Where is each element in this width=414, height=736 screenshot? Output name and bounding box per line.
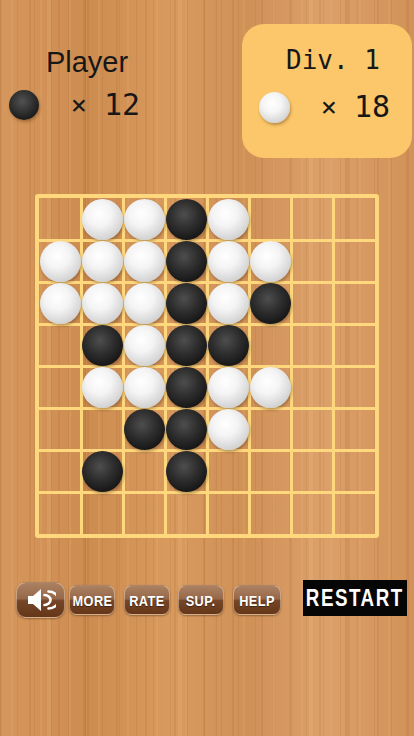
black-stone xyxy=(208,325,249,366)
opponent-name-label: Div. 1 xyxy=(254,45,412,75)
board-cell[interactable] xyxy=(249,240,291,282)
board-cell[interactable] xyxy=(333,282,375,324)
white-stone xyxy=(208,367,249,408)
board-cell[interactable] xyxy=(291,450,333,492)
board-cell[interactable] xyxy=(123,324,165,366)
board-cell[interactable] xyxy=(165,408,207,450)
board-cell[interactable] xyxy=(249,408,291,450)
board-cell[interactable] xyxy=(81,324,123,366)
board-cell[interactable] xyxy=(39,492,81,534)
board-cell[interactable] xyxy=(81,450,123,492)
board-cell[interactable] xyxy=(165,324,207,366)
board-cell[interactable] xyxy=(291,408,333,450)
board-cell[interactable] xyxy=(333,240,375,282)
white-stone xyxy=(124,325,165,366)
opponent-panel: Div. 1 × 18 xyxy=(242,24,412,158)
white-stone xyxy=(208,409,249,450)
white-stone xyxy=(82,199,123,240)
black-stone xyxy=(166,367,207,408)
board-cell[interactable] xyxy=(81,282,123,324)
white-stone xyxy=(124,367,165,408)
white-stone xyxy=(82,241,123,282)
black-stone xyxy=(82,325,123,366)
board-cell[interactable] xyxy=(39,198,81,240)
black-stone xyxy=(166,409,207,450)
support-button[interactable]: SUP. xyxy=(178,585,224,615)
board-cell[interactable] xyxy=(291,198,333,240)
game-screen: Player × 12 Div. 1 × 18 MORE RATE SUP. H… xyxy=(0,0,414,736)
board-cell[interactable] xyxy=(333,324,375,366)
white-stone xyxy=(250,241,291,282)
board-cell[interactable] xyxy=(123,492,165,534)
player-black-stone xyxy=(9,90,39,120)
board-cell[interactable] xyxy=(207,408,249,450)
player-stone-count: 12 xyxy=(100,88,144,122)
white-stone xyxy=(208,199,249,240)
board-cell[interactable] xyxy=(123,366,165,408)
board-cell[interactable] xyxy=(291,282,333,324)
board-cell[interactable] xyxy=(165,282,207,324)
board-cell[interactable] xyxy=(249,324,291,366)
board-cell[interactable] xyxy=(165,492,207,534)
support-button-label: SUP. xyxy=(186,592,216,609)
board-cell[interactable] xyxy=(123,240,165,282)
speaker-icon xyxy=(26,587,56,613)
white-stone xyxy=(124,199,165,240)
board-cell[interactable] xyxy=(207,240,249,282)
opponent-times-sign: × xyxy=(310,92,348,122)
black-stone xyxy=(166,241,207,282)
board-cell[interactable] xyxy=(333,366,375,408)
board-cell[interactable] xyxy=(123,198,165,240)
restart-button[interactable]: RESTART xyxy=(303,580,407,616)
rate-button-label: RATE xyxy=(129,592,164,609)
board-cell[interactable] xyxy=(333,492,375,534)
board-cell[interactable] xyxy=(333,408,375,450)
board-cell[interactable] xyxy=(81,492,123,534)
board-cell[interactable] xyxy=(39,324,81,366)
board-cell[interactable] xyxy=(207,366,249,408)
player-name-label: Player xyxy=(20,45,154,79)
white-stone xyxy=(82,367,123,408)
rate-button[interactable]: RATE xyxy=(124,585,170,615)
opponent-white-stone xyxy=(259,92,290,123)
board-cell[interactable] xyxy=(39,450,81,492)
black-stone xyxy=(166,283,207,324)
board-cell[interactable] xyxy=(81,366,123,408)
board-cell[interactable] xyxy=(165,450,207,492)
board-cell[interactable] xyxy=(207,282,249,324)
sound-button[interactable] xyxy=(16,582,65,618)
opponent-stone-count: 18 xyxy=(350,90,394,124)
board-cell[interactable] xyxy=(123,408,165,450)
white-stone xyxy=(250,367,291,408)
board-cell[interactable] xyxy=(291,492,333,534)
board-cell[interactable] xyxy=(333,198,375,240)
board-cell[interactable] xyxy=(207,198,249,240)
board-cell[interactable] xyxy=(249,492,291,534)
white-stone xyxy=(40,283,81,324)
help-button-label: HELP xyxy=(239,592,275,609)
board-cell[interactable] xyxy=(291,240,333,282)
board-cell[interactable] xyxy=(39,240,81,282)
black-stone xyxy=(166,199,207,240)
board-cell[interactable] xyxy=(39,408,81,450)
board-cell[interactable] xyxy=(81,198,123,240)
board-cell[interactable] xyxy=(123,450,165,492)
board-cell[interactable] xyxy=(207,450,249,492)
help-button[interactable]: HELP xyxy=(233,585,281,615)
board-cell[interactable] xyxy=(291,366,333,408)
black-stone xyxy=(166,325,207,366)
board-cell[interactable] xyxy=(249,198,291,240)
board-cell[interactable] xyxy=(39,282,81,324)
black-stone xyxy=(124,409,165,450)
white-stone xyxy=(208,283,249,324)
board-cell[interactable] xyxy=(249,366,291,408)
board-cell[interactable] xyxy=(207,324,249,366)
board-cell[interactable] xyxy=(123,282,165,324)
black-stone xyxy=(166,451,207,492)
board-cell[interactable] xyxy=(81,240,123,282)
white-stone xyxy=(208,241,249,282)
board-cell[interactable] xyxy=(39,366,81,408)
board-cell[interactable] xyxy=(249,450,291,492)
white-stone xyxy=(124,241,165,282)
white-stone xyxy=(124,283,165,324)
player-times-sign: × xyxy=(60,90,98,120)
board-cell[interactable] xyxy=(333,450,375,492)
white-stone xyxy=(40,241,81,282)
more-button[interactable]: MORE xyxy=(69,585,115,615)
board-cell[interactable] xyxy=(249,282,291,324)
board-cell[interactable] xyxy=(291,324,333,366)
black-stone xyxy=(82,451,123,492)
board-cell[interactable] xyxy=(81,408,123,450)
more-button-label: MORE xyxy=(72,592,112,609)
white-stone xyxy=(82,283,123,324)
board-cell[interactable] xyxy=(207,492,249,534)
board xyxy=(35,194,379,538)
board-cell[interactable] xyxy=(165,198,207,240)
board-cell[interactable] xyxy=(165,240,207,282)
board-cell[interactable] xyxy=(165,366,207,408)
black-stone xyxy=(250,283,291,324)
restart-button-label: RESTART xyxy=(306,584,404,612)
